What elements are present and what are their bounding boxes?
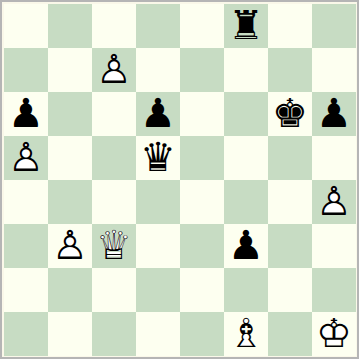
square-b6[interactable]: [48, 92, 92, 136]
piece-white-pawn[interactable]: ♟♙: [312, 180, 356, 224]
square-g1[interactable]: [268, 312, 312, 356]
piece-black-pawn[interactable]: ♟: [224, 224, 268, 268]
chess-board: ♜♟♙♟♟♚♟♟♙♛♟♙♟♙♛♕♟♝♗♚♔: [4, 4, 356, 356]
square-b1[interactable]: [48, 312, 92, 356]
square-g3[interactable]: [268, 224, 312, 268]
square-h1[interactable]: ♚♔: [312, 312, 356, 356]
piece-black-rook[interactable]: ♜: [224, 4, 268, 48]
square-f2[interactable]: [224, 268, 268, 312]
piece-white-king[interactable]: ♚♔: [312, 312, 356, 356]
square-h8[interactable]: [312, 4, 356, 48]
piece-black-pawn[interactable]: ♟: [4, 92, 48, 136]
black-piece-glyph: ♟: [136, 92, 180, 136]
square-h5[interactable]: [312, 136, 356, 180]
square-e7[interactable]: [180, 48, 224, 92]
square-h3[interactable]: [312, 224, 356, 268]
square-f3[interactable]: ♟: [224, 224, 268, 268]
square-b4[interactable]: [48, 180, 92, 224]
square-f4[interactable]: [224, 180, 268, 224]
square-h7[interactable]: [312, 48, 356, 92]
square-b7[interactable]: [48, 48, 92, 92]
square-c6[interactable]: [92, 92, 136, 136]
square-f1[interactable]: ♝♗: [224, 312, 268, 356]
square-c8[interactable]: [92, 4, 136, 48]
square-a4[interactable]: [4, 180, 48, 224]
square-g5[interactable]: [268, 136, 312, 180]
square-e1[interactable]: [180, 312, 224, 356]
square-e4[interactable]: [180, 180, 224, 224]
square-c7[interactable]: ♟♙: [92, 48, 136, 92]
white-piece-outline-glyph: ♙: [48, 224, 92, 268]
square-d2[interactable]: [136, 268, 180, 312]
square-e8[interactable]: [180, 4, 224, 48]
square-e3[interactable]: [180, 224, 224, 268]
square-f8[interactable]: ♜: [224, 4, 268, 48]
square-a7[interactable]: [4, 48, 48, 92]
square-f7[interactable]: [224, 48, 268, 92]
square-b3[interactable]: ♟♙: [48, 224, 92, 268]
square-f5[interactable]: [224, 136, 268, 180]
square-h6[interactable]: ♟: [312, 92, 356, 136]
white-piece-outline-glyph: ♙: [92, 48, 136, 92]
square-h4[interactable]: ♟♙: [312, 180, 356, 224]
square-c5[interactable]: [92, 136, 136, 180]
square-a1[interactable]: [4, 312, 48, 356]
square-a5[interactable]: ♟♙: [4, 136, 48, 180]
piece-white-pawn[interactable]: ♟♙: [4, 136, 48, 180]
black-piece-glyph: ♛: [136, 136, 180, 180]
square-d1[interactable]: [136, 312, 180, 356]
white-piece-outline-glyph: ♔: [312, 312, 356, 356]
square-a2[interactable]: [4, 268, 48, 312]
square-f6[interactable]: [224, 92, 268, 136]
square-g8[interactable]: [268, 4, 312, 48]
white-piece-outline-glyph: ♗: [224, 312, 268, 356]
square-g4[interactable]: [268, 180, 312, 224]
black-piece-glyph: ♟: [224, 224, 268, 268]
square-e5[interactable]: [180, 136, 224, 180]
square-c2[interactable]: [92, 268, 136, 312]
square-e2[interactable]: [180, 268, 224, 312]
square-a6[interactable]: ♟: [4, 92, 48, 136]
black-piece-glyph: ♟: [4, 92, 48, 136]
black-piece-glyph: ♟: [312, 92, 356, 136]
piece-black-pawn[interactable]: ♟: [136, 92, 180, 136]
square-e6[interactable]: [180, 92, 224, 136]
chess-board-frame: ♜♟♙♟♟♚♟♟♙♛♟♙♟♙♛♕♟♝♗♚♔: [0, 0, 359, 359]
square-d8[interactable]: [136, 4, 180, 48]
piece-white-pawn[interactable]: ♟♙: [48, 224, 92, 268]
square-h2[interactable]: [312, 268, 356, 312]
square-g7[interactable]: [268, 48, 312, 92]
white-piece-outline-glyph: ♙: [4, 136, 48, 180]
white-piece-outline-glyph: ♕: [92, 224, 136, 268]
square-d4[interactable]: [136, 180, 180, 224]
white-piece-outline-glyph: ♙: [312, 180, 356, 224]
piece-black-king[interactable]: ♚: [268, 92, 312, 136]
square-g2[interactable]: [268, 268, 312, 312]
square-b5[interactable]: [48, 136, 92, 180]
piece-white-queen[interactable]: ♛♕: [92, 224, 136, 268]
piece-black-pawn[interactable]: ♟: [312, 92, 356, 136]
square-d3[interactable]: [136, 224, 180, 268]
square-b8[interactable]: [48, 4, 92, 48]
square-d5[interactable]: ♛: [136, 136, 180, 180]
piece-black-queen[interactable]: ♛: [136, 136, 180, 180]
square-g6[interactable]: ♚: [268, 92, 312, 136]
piece-white-pawn[interactable]: ♟♙: [92, 48, 136, 92]
square-c1[interactable]: [92, 312, 136, 356]
square-b2[interactable]: [48, 268, 92, 312]
square-c4[interactable]: [92, 180, 136, 224]
square-d6[interactable]: ♟: [136, 92, 180, 136]
square-d7[interactable]: [136, 48, 180, 92]
square-a3[interactable]: [4, 224, 48, 268]
square-a8[interactable]: [4, 4, 48, 48]
black-piece-glyph: ♚: [268, 92, 312, 136]
piece-white-bishop[interactable]: ♝♗: [224, 312, 268, 356]
black-piece-glyph: ♜: [224, 4, 268, 48]
square-c3[interactable]: ♛♕: [92, 224, 136, 268]
